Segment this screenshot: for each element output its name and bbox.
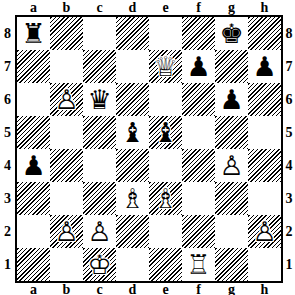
rank-label-4: 4 [0,149,15,182]
square-e3[interactable]: ♝♗ [149,182,182,215]
square-h7[interactable]: ♟ [248,50,281,83]
file-label-h: h [248,282,281,295]
square-h4[interactable] [248,149,281,182]
square-a6[interactable] [17,83,50,116]
square-b8[interactable] [50,17,83,50]
chess-diagram: abcdefgh abcdefgh 87654321 87654321 ♜♚♛♕… [0,0,295,295]
rank-label-8: 8 [283,17,295,50]
rank-label-6: 6 [283,83,295,116]
square-f4[interactable] [182,149,215,182]
square-a2[interactable] [17,215,50,248]
square-h6[interactable] [248,83,281,116]
piece-black-pawn: ♟ [17,149,50,182]
piece-white-pawn: ♟♙ [248,215,281,248]
piece-black-bishop: ♝ [116,116,149,149]
file-label-f: f [182,0,215,16]
square-c8[interactable] [83,17,116,50]
rank-labels-left: 87654321 [0,17,15,281]
square-c4[interactable] [83,149,116,182]
file-label-c: c [83,282,116,295]
file-labels-top: abcdefgh [17,0,281,15]
square-c5[interactable] [83,116,116,149]
square-g4[interactable]: ♟♙ [215,149,248,182]
rank-label-8: 8 [0,17,15,50]
square-d8[interactable] [116,17,149,50]
square-e7[interactable]: ♛♕ [149,50,182,83]
square-h2[interactable]: ♟♙ [248,215,281,248]
square-d2[interactable] [116,215,149,248]
piece-black-queen: ♛ [83,83,116,116]
square-b1[interactable] [50,248,83,281]
square-g5[interactable] [215,116,248,149]
rank-label-2: 2 [283,215,295,248]
rank-label-1: 1 [0,248,15,281]
file-label-g: g [215,282,248,295]
square-d3[interactable]: ♝♗ [116,182,149,215]
file-labels-bottom: abcdefgh [17,282,281,295]
square-a5[interactable] [17,116,50,149]
rank-labels-right: 87654321 [283,17,295,281]
rank-label-5: 5 [283,116,295,149]
square-b2[interactable]: ♟♙ [50,215,83,248]
square-d4[interactable] [116,149,149,182]
square-e8[interactable] [149,17,182,50]
piece-black-king: ♚ [215,17,248,50]
square-c3[interactable] [83,182,116,215]
square-a7[interactable] [17,50,50,83]
square-c6[interactable]: ♛ [83,83,116,116]
file-label-b: b [50,282,83,295]
square-a4[interactable]: ♟ [17,149,50,182]
square-g8[interactable]: ♚ [215,17,248,50]
square-g7[interactable] [215,50,248,83]
square-e2[interactable] [149,215,182,248]
square-e5[interactable]: ♝ [149,116,182,149]
rank-label-2: 2 [0,215,15,248]
square-g2[interactable] [215,215,248,248]
square-h1[interactable] [248,248,281,281]
piece-white-king: ♚♔ [83,248,116,281]
rank-label-7: 7 [283,50,295,83]
piece-white-queen: ♛♕ [149,50,182,83]
file-label-g: g [215,0,248,16]
square-h8[interactable] [248,17,281,50]
piece-white-bishop: ♝♗ [149,182,182,215]
square-b4[interactable] [50,149,83,182]
rank-label-7: 7 [0,50,15,83]
piece-black-pawn: ♟ [248,50,281,83]
file-label-e: e [149,0,182,16]
square-b5[interactable] [50,116,83,149]
square-b7[interactable] [50,50,83,83]
square-d6[interactable] [116,83,149,116]
piece-black-pawn: ♟ [215,83,248,116]
square-f7[interactable]: ♟ [182,50,215,83]
square-a1[interactable] [17,248,50,281]
square-f2[interactable] [182,215,215,248]
rank-label-4: 4 [283,149,295,182]
square-f8[interactable] [182,17,215,50]
square-e4[interactable] [149,149,182,182]
square-f1[interactable]: ♜♖ [182,248,215,281]
file-label-d: d [116,282,149,295]
square-b3[interactable] [50,182,83,215]
square-d1[interactable] [116,248,149,281]
square-c2[interactable]: ♟♙ [83,215,116,248]
file-label-h: h [248,0,281,16]
file-label-d: d [116,0,149,16]
piece-white-pawn: ♟♙ [215,149,248,182]
file-label-b: b [50,0,83,16]
square-e1[interactable] [149,248,182,281]
square-d7[interactable] [116,50,149,83]
square-g3[interactable] [215,182,248,215]
file-label-e: e [149,282,182,295]
square-c7[interactable] [83,50,116,83]
piece-white-rook: ♜♖ [182,248,215,281]
square-c1[interactable]: ♚♔ [83,248,116,281]
piece-white-pawn: ♟♙ [50,215,83,248]
rank-label-1: 1 [283,248,295,281]
square-e6[interactable] [149,83,182,116]
file-label-c: c [83,0,116,16]
rank-label-5: 5 [0,116,15,149]
file-label-a: a [17,0,50,16]
piece-white-pawn: ♟♙ [50,83,83,116]
square-g1[interactable] [215,248,248,281]
rank-label-6: 6 [0,83,15,116]
square-f6[interactable] [182,83,215,116]
piece-white-bishop: ♝♗ [116,182,149,215]
square-g6[interactable]: ♟ [215,83,248,116]
square-b6[interactable]: ♟♙ [50,83,83,116]
square-a3[interactable] [17,182,50,215]
square-h5[interactable] [248,116,281,149]
piece-white-pawn: ♟♙ [83,215,116,248]
rank-label-3: 3 [0,182,15,215]
rank-label-3: 3 [283,182,295,215]
piece-black-rook: ♜ [17,17,50,50]
file-label-a: a [17,282,50,295]
square-h3[interactable] [248,182,281,215]
square-a8[interactable]: ♜ [17,17,50,50]
square-f5[interactable] [182,116,215,149]
square-f3[interactable] [182,182,215,215]
square-d5[interactable]: ♝ [116,116,149,149]
piece-black-bishop: ♝ [149,116,182,149]
file-label-f: f [182,282,215,295]
piece-black-pawn: ♟ [182,50,215,83]
chess-board: ♜♚♛♕♟♟♟♙♛♟♝♝♟♟♙♝♗♝♗♟♙♟♙♟♙♚♔♜♖ [15,15,283,283]
